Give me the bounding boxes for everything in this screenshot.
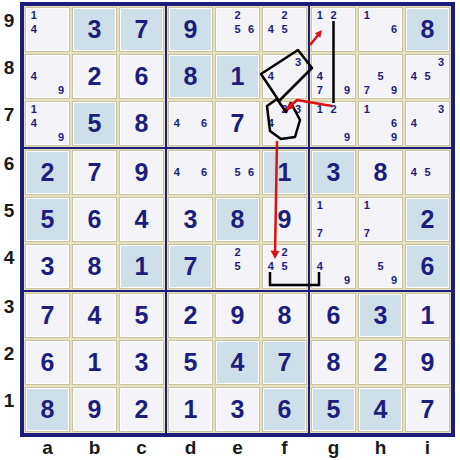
cell-c5[interactable]: 4 (120, 198, 163, 241)
candidate-1 (217, 9, 231, 23)
candidate-5: 5 (421, 166, 435, 180)
candidate-4: 4 (170, 166, 184, 180)
candidate-3: 3 (291, 56, 305, 70)
box-2: 1216847957934512916934 (310, 6, 451, 147)
cell-h3[interactable]: 3 (359, 294, 402, 337)
cell-value: 1 (231, 64, 245, 89)
candidate-7: 7 (360, 226, 374, 240)
cell-i7[interactable]: 34 (406, 102, 449, 145)
candidate-3 (291, 9, 305, 23)
candidates: 49 (313, 246, 354, 287)
cell-b5[interactable]: 6 (73, 198, 116, 241)
candidate-8 (374, 226, 388, 240)
cell-g9[interactable]: 12 (312, 8, 355, 51)
cell-value: 4 (231, 350, 245, 375)
candidate-3 (387, 9, 401, 23)
cell-value: 3 (41, 254, 55, 279)
cell-a9[interactable]: 14 (26, 8, 69, 51)
row-label-9: 9 (0, 9, 18, 33)
cell-b2[interactable]: 1 (73, 341, 116, 384)
candidates: 149 (27, 103, 68, 144)
candidate-1: 1 (27, 9, 41, 23)
candidate-1 (360, 246, 374, 260)
candidates: 46 (170, 152, 211, 193)
cell-value: 7 (278, 350, 292, 375)
cell-value: 3 (135, 350, 149, 375)
cell-d9[interactable]: 9 (169, 8, 212, 51)
cell-e5[interactable]: 8 (216, 198, 259, 241)
cell-a8[interactable]: 49 (26, 55, 69, 98)
candidate-4 (217, 23, 231, 37)
candidate-9 (291, 130, 305, 144)
candidate-8 (374, 273, 388, 287)
cell-a3[interactable]: 7 (26, 294, 69, 337)
candidate-9: 9 (54, 130, 68, 144)
cell-g2[interactable]: 8 (312, 341, 355, 384)
cell-i8[interactable]: 345 (406, 55, 449, 98)
row-label-2: 2 (0, 342, 18, 366)
cell-f1[interactable]: 6 (263, 388, 306, 431)
candidate-1 (360, 56, 374, 70)
candidate-7 (360, 130, 374, 144)
cell-value: 5 (135, 303, 149, 328)
candidate-8 (231, 179, 245, 193)
candidate-4: 4 (264, 70, 278, 84)
candidate-1: 1 (27, 103, 41, 117)
board-boxes: 1437492614958925624581344672341216847957… (24, 6, 451, 433)
candidate-1 (264, 103, 278, 117)
cell-value: 8 (88, 254, 102, 279)
candidate-5: 5 (231, 23, 245, 37)
candidate-5 (421, 117, 435, 131)
candidate-6 (340, 260, 354, 274)
cell-value: 5 (327, 397, 341, 422)
candidate-3 (340, 9, 354, 23)
candidate-5: 5 (231, 260, 245, 274)
cell-f2[interactable]: 7 (263, 341, 306, 384)
candidate-2: 2 (231, 246, 245, 260)
candidates: 245 (264, 9, 305, 50)
cell-h9[interactable]: 16 (359, 8, 402, 51)
candidates: 245 (264, 246, 305, 287)
cell-g7[interactable]: 129 (312, 102, 355, 145)
col-label-a: a (26, 437, 69, 459)
cell-value: 2 (421, 207, 435, 232)
candidate-9 (434, 83, 448, 97)
candidate-2: 2 (278, 103, 292, 117)
candidate-6 (291, 260, 305, 274)
candidate-9: 9 (54, 83, 68, 97)
cell-c6[interactable]: 9 (120, 151, 163, 194)
candidate-6 (244, 260, 258, 274)
cell-value: 2 (88, 64, 102, 89)
cell-value: 9 (184, 17, 198, 42)
candidate-9 (434, 130, 448, 144)
row-label-1: 1 (0, 389, 18, 413)
box-5: 38451717249596 (310, 149, 451, 290)
candidate-8 (327, 226, 341, 240)
candidate-3 (244, 9, 258, 23)
candidate-2 (421, 152, 435, 166)
candidate-4 (360, 260, 374, 274)
candidate-1 (264, 9, 278, 23)
candidate-5 (327, 213, 341, 227)
cell-value: 6 (41, 350, 55, 375)
candidate-9 (340, 36, 354, 50)
candidate-3 (434, 152, 448, 166)
candidate-3: 3 (434, 56, 448, 70)
candidate-7: 7 (313, 226, 327, 240)
candidate-7 (264, 130, 278, 144)
candidate-6 (434, 117, 448, 131)
candidate-6 (340, 23, 354, 37)
candidate-5 (41, 117, 55, 131)
cell-value: 8 (374, 160, 388, 185)
cell-i4[interactable]: 6 (406, 245, 449, 288)
candidate-9: 9 (387, 130, 401, 144)
candidate-3 (387, 246, 401, 260)
cell-value: 7 (231, 111, 245, 136)
candidate-4: 4 (264, 117, 278, 131)
candidate-3 (197, 103, 211, 117)
candidate-1 (313, 246, 327, 260)
candidate-4: 4 (170, 117, 184, 131)
candidate-4: 4 (264, 23, 278, 37)
candidate-1: 1 (313, 199, 327, 213)
cell-a7[interactable]: 149 (26, 102, 69, 145)
cell-value: 8 (231, 207, 245, 232)
candidates: 17 (360, 199, 401, 240)
candidate-4 (217, 260, 231, 274)
cell-c7[interactable]: 8 (120, 102, 163, 145)
candidate-8 (421, 83, 435, 97)
candidate-7 (264, 36, 278, 50)
cell-value: 7 (88, 160, 102, 185)
col-label-d: d (169, 437, 212, 459)
candidate-4 (360, 117, 374, 131)
cell-g5[interactable]: 17 (312, 198, 355, 241)
candidate-1 (27, 56, 41, 70)
cell-f8[interactable]: 34 (263, 55, 306, 98)
cell-value: 3 (231, 397, 245, 422)
cell-d7[interactable]: 46 (169, 102, 212, 145)
cell-value: 6 (135, 64, 149, 89)
cell-b4[interactable]: 8 (73, 245, 116, 288)
candidate-5 (278, 70, 292, 84)
cell-c3[interactable]: 5 (120, 294, 163, 337)
cell-c1[interactable]: 2 (120, 388, 163, 431)
candidates: 12 (313, 9, 354, 50)
candidate-8 (231, 36, 245, 50)
candidates: 345 (407, 56, 448, 97)
candidate-1 (217, 152, 231, 166)
candidate-8 (327, 130, 341, 144)
candidate-4: 4 (264, 260, 278, 274)
cell-i1[interactable]: 7 (406, 388, 449, 431)
candidate-6 (387, 213, 401, 227)
candidate-2: 2 (278, 246, 292, 260)
candidate-2 (327, 199, 341, 213)
cell-a5[interactable]: 5 (26, 198, 69, 241)
candidate-9: 9 (340, 273, 354, 287)
candidate-1 (407, 56, 421, 70)
cell-value: 2 (41, 160, 55, 185)
cell-f3[interactable]: 8 (263, 294, 306, 337)
candidate-4 (217, 166, 231, 180)
candidate-7 (217, 36, 231, 50)
candidate-3 (197, 152, 211, 166)
cell-g8[interactable]: 479 (312, 55, 355, 98)
candidate-3 (387, 199, 401, 213)
candidate-9 (197, 179, 211, 193)
candidate-5 (41, 70, 55, 84)
candidate-8 (41, 36, 55, 50)
cell-d6[interactable]: 46 (169, 151, 212, 194)
candidate-7 (313, 130, 327, 144)
candidate-5 (278, 117, 292, 131)
cell-a1[interactable]: 8 (26, 388, 69, 431)
candidate-2 (41, 103, 55, 117)
row-label-8: 8 (0, 56, 18, 80)
candidate-8 (327, 273, 341, 287)
box-1: 92562458134467234 (167, 6, 308, 147)
cell-value: 7 (184, 254, 198, 279)
cell-c4[interactable]: 1 (120, 245, 163, 288)
candidate-1 (170, 103, 184, 117)
candidate-6: 6 (244, 23, 258, 37)
candidate-6 (54, 23, 68, 37)
cell-i6[interactable]: 45 (406, 151, 449, 194)
row-label-5: 5 (0, 199, 18, 223)
candidate-4: 4 (27, 23, 41, 37)
candidate-4: 4 (27, 117, 41, 131)
candidate-1 (313, 56, 327, 70)
candidate-6 (434, 166, 448, 180)
cell-value: 1 (135, 254, 149, 279)
col-label-c: c (120, 437, 163, 459)
candidates: 45 (407, 152, 448, 193)
candidate-9: 9 (340, 130, 354, 144)
candidate-9 (244, 273, 258, 287)
cell-value: 8 (421, 17, 435, 42)
candidate-5 (374, 117, 388, 131)
cell-value: 6 (421, 254, 435, 279)
candidate-7 (27, 36, 41, 50)
cell-b6[interactable]: 7 (73, 151, 116, 194)
candidate-1: 1 (360, 9, 374, 23)
cell-f5[interactable]: 9 (263, 198, 306, 241)
cell-d1[interactable]: 1 (169, 388, 212, 431)
cell-h6[interactable]: 8 (359, 151, 402, 194)
cell-i5[interactable]: 2 (406, 198, 449, 241)
cell-b9[interactable]: 3 (73, 8, 116, 51)
cell-value: 3 (88, 17, 102, 42)
candidate-7 (27, 83, 41, 97)
row-label-4: 4 (0, 246, 18, 270)
cell-i9[interactable]: 8 (406, 8, 449, 51)
candidate-9 (340, 226, 354, 240)
cell-f7[interactable]: 234 (263, 102, 306, 145)
candidate-9: 9 (340, 83, 354, 97)
candidates: 46 (170, 103, 211, 144)
candidate-2 (327, 56, 341, 70)
candidate-4 (360, 70, 374, 84)
candidate-1: 1 (313, 103, 327, 117)
candidate-7 (264, 83, 278, 97)
cell-e1[interactable]: 3 (216, 388, 259, 431)
candidate-7 (264, 273, 278, 287)
candidate-8 (327, 36, 341, 50)
cell-value: 6 (278, 397, 292, 422)
candidate-6 (434, 70, 448, 84)
candidate-4 (313, 213, 327, 227)
candidate-8 (421, 179, 435, 193)
candidate-9 (291, 36, 305, 50)
cell-b3[interactable]: 4 (73, 294, 116, 337)
cell-value: 9 (421, 350, 435, 375)
cell-h8[interactable]: 579 (359, 55, 402, 98)
candidate-9: 9 (387, 273, 401, 287)
cell-e6[interactable]: 56 (216, 151, 259, 194)
cell-e9[interactable]: 256 (216, 8, 259, 51)
candidate-2 (327, 246, 341, 260)
cell-f4[interactable]: 245 (263, 245, 306, 288)
cell-i3[interactable]: 1 (406, 294, 449, 337)
cell-a4[interactable]: 3 (26, 245, 69, 288)
candidate-6: 6 (244, 166, 258, 180)
candidate-4: 4 (313, 70, 327, 84)
candidate-7 (170, 179, 184, 193)
box-8: 631829547 (310, 292, 451, 433)
cell-b1[interactable]: 9 (73, 388, 116, 431)
candidate-5 (327, 117, 341, 131)
candidates: 579 (360, 56, 401, 97)
cell-value: 4 (88, 303, 102, 328)
candidate-4: 4 (313, 260, 327, 274)
cell-g3[interactable]: 6 (312, 294, 355, 337)
cell-value: 8 (327, 350, 341, 375)
candidate-5: 5 (421, 70, 435, 84)
cell-d8[interactable]: 8 (169, 55, 212, 98)
candidate-7 (170, 130, 184, 144)
cell-value: 6 (88, 207, 102, 232)
candidate-8 (41, 83, 55, 97)
cell-value: 3 (184, 207, 198, 232)
candidate-6 (291, 23, 305, 37)
col-label-b: b (73, 437, 116, 459)
candidate-2 (374, 246, 388, 260)
cell-value: 2 (135, 397, 149, 422)
candidate-5 (374, 23, 388, 37)
candidate-7 (217, 273, 231, 287)
candidate-3 (244, 152, 258, 166)
candidate-3 (340, 246, 354, 260)
cell-f9[interactable]: 245 (263, 8, 306, 51)
cell-value: 1 (421, 303, 435, 328)
candidates: 129 (313, 103, 354, 144)
cell-b7[interactable]: 5 (73, 102, 116, 145)
candidates: 49 (27, 56, 68, 97)
candidates: 234 (264, 103, 305, 144)
candidate-2: 2 (327, 9, 341, 23)
col-label-e: e (216, 437, 259, 459)
cell-e2[interactable]: 4 (216, 341, 259, 384)
cell-e8[interactable]: 1 (216, 55, 259, 98)
candidate-3: 3 (434, 103, 448, 117)
candidate-6 (387, 70, 401, 84)
candidate-9 (244, 36, 258, 50)
cell-value: 8 (184, 64, 198, 89)
cell-g6[interactable]: 3 (312, 151, 355, 194)
cell-value: 4 (374, 397, 388, 422)
candidates: 17 (313, 199, 354, 240)
sudoku-board: 1437492614958925624581344672341216847957… (20, 2, 455, 437)
candidate-1: 1 (360, 103, 374, 117)
candidate-7 (407, 83, 421, 97)
cell-b8[interactable]: 2 (73, 55, 116, 98)
candidate-8 (374, 83, 388, 97)
cell-a6[interactable]: 2 (26, 151, 69, 194)
candidate-7 (407, 130, 421, 144)
candidate-7 (27, 130, 41, 144)
candidate-3 (54, 9, 68, 23)
cell-i2[interactable]: 9 (406, 341, 449, 384)
cell-e3[interactable]: 9 (216, 294, 259, 337)
candidate-6: 6 (387, 117, 401, 131)
candidate-2 (421, 56, 435, 70)
cell-f6[interactable]: 1 (263, 151, 306, 194)
cell-c9[interactable]: 7 (120, 8, 163, 51)
cell-h4[interactable]: 59 (359, 245, 402, 288)
cell-value: 9 (135, 160, 149, 185)
cell-c2[interactable]: 3 (120, 341, 163, 384)
cell-d5[interactable]: 3 (169, 198, 212, 241)
cell-g4[interactable]: 49 (312, 245, 355, 288)
cell-d4[interactable]: 7 (169, 245, 212, 288)
cell-value: 3 (327, 160, 341, 185)
cell-value: 1 (278, 160, 292, 185)
candidate-8 (421, 130, 435, 144)
cell-value: 5 (184, 350, 198, 375)
candidate-7 (217, 179, 231, 193)
cell-h1[interactable]: 4 (359, 388, 402, 431)
candidate-8 (374, 130, 388, 144)
candidate-5 (184, 166, 198, 180)
candidate-8 (278, 36, 292, 50)
candidate-9 (434, 179, 448, 193)
cell-g1[interactable]: 5 (312, 388, 355, 431)
cell-e7[interactable]: 7 (216, 102, 259, 145)
cell-e4[interactable]: 25 (216, 245, 259, 288)
cell-h7[interactable]: 169 (359, 102, 402, 145)
candidate-5 (184, 117, 198, 131)
cell-value: 8 (278, 303, 292, 328)
candidate-3 (340, 199, 354, 213)
candidate-3 (387, 103, 401, 117)
candidate-6 (54, 117, 68, 131)
cell-value: 9 (278, 207, 292, 232)
cell-h2[interactable]: 2 (359, 341, 402, 384)
candidate-7 (360, 273, 374, 287)
cell-d3[interactable]: 2 (169, 294, 212, 337)
row-label-3: 3 (0, 295, 18, 319)
candidate-9 (387, 226, 401, 240)
cell-a2[interactable]: 6 (26, 341, 69, 384)
cell-c8[interactable]: 6 (120, 55, 163, 98)
cell-d2[interactable]: 5 (169, 341, 212, 384)
candidate-8 (278, 273, 292, 287)
cell-h5[interactable]: 17 (359, 198, 402, 241)
